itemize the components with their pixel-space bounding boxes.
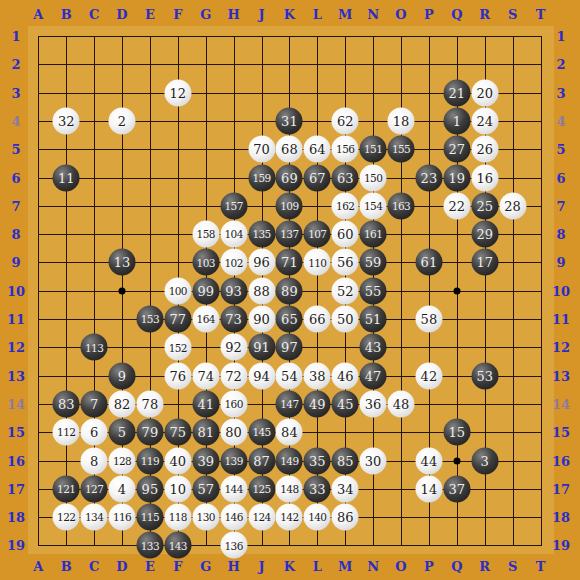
row-label-right-4: 4 xyxy=(556,113,565,128)
stone-black-81-G15: 81 xyxy=(192,419,219,446)
move-number: 60 xyxy=(337,228,354,241)
col-label-top-H: H xyxy=(227,7,239,22)
row-label-left-16: 16 xyxy=(7,453,25,468)
stone-black-55-N10: 55 xyxy=(360,277,387,304)
stone-white-90-J11: 90 xyxy=(248,306,275,333)
stone-white-44-P16: 44 xyxy=(415,447,442,474)
stone-white-124-J18: 124 xyxy=(248,504,275,531)
go-kifu-diagram: AABBCCDDEEFFGGHHJJKKLLMMNNOOPPQQRRSSTT11… xyxy=(0,0,580,580)
move-number: 10 xyxy=(170,482,187,495)
grid-line-vertical xyxy=(513,36,514,546)
stone-black-1-Q4: 1 xyxy=(443,107,470,134)
row-label-right-3: 3 xyxy=(556,85,565,100)
move-number: 162 xyxy=(336,201,354,212)
stone-black-149-K16: 149 xyxy=(276,447,303,474)
move-number: 142 xyxy=(280,512,298,523)
stone-white-128-D16: 128 xyxy=(109,447,136,474)
stone-white-96-J9: 96 xyxy=(248,249,275,276)
stone-black-159-J6: 159 xyxy=(248,164,275,191)
stone-white-2-D4: 2 xyxy=(109,107,136,134)
stone-white-24-R4: 24 xyxy=(471,107,498,134)
stone-black-89-K10: 89 xyxy=(276,277,303,304)
stone-white-142-K18: 142 xyxy=(276,504,303,531)
stone-white-92-H12: 92 xyxy=(220,334,247,361)
col-label-top-P: P xyxy=(424,7,434,22)
row-label-left-18: 18 xyxy=(7,510,25,525)
move-number: 1 xyxy=(453,114,461,127)
col-label-bottom-D: D xyxy=(116,559,127,574)
stone-black-39-G16: 39 xyxy=(192,447,219,474)
stone-white-46-M13: 46 xyxy=(332,362,359,389)
move-number: 160 xyxy=(224,399,242,410)
move-number: 68 xyxy=(281,143,298,156)
move-number: 86 xyxy=(337,511,354,524)
row-label-left-7: 7 xyxy=(11,198,20,213)
col-label-top-A: A xyxy=(33,7,43,22)
move-number: 28 xyxy=(504,199,521,212)
move-number: 79 xyxy=(142,426,159,439)
move-number: 163 xyxy=(392,201,410,212)
stone-white-10-F17: 10 xyxy=(164,475,191,502)
move-number: 130 xyxy=(197,512,215,523)
move-number: 37 xyxy=(449,482,466,495)
move-number: 22 xyxy=(449,199,466,212)
move-number: 113 xyxy=(85,342,103,353)
stone-white-32-B4: 32 xyxy=(53,107,80,134)
move-number: 24 xyxy=(476,114,493,127)
col-label-bottom-H: H xyxy=(227,559,239,574)
stone-black-133-E19: 133 xyxy=(136,532,163,559)
stone-white-28-S7: 28 xyxy=(499,192,526,219)
stone-white-158-G8: 158 xyxy=(192,221,219,248)
stone-white-16-R6: 16 xyxy=(471,164,498,191)
stone-black-61-P9: 61 xyxy=(415,249,442,276)
move-number: 147 xyxy=(280,399,298,410)
stone-white-68-K5: 68 xyxy=(276,136,303,163)
move-number: 59 xyxy=(365,256,382,269)
stone-black-99-G10: 99 xyxy=(192,277,219,304)
star-point-Q10 xyxy=(453,287,460,294)
move-number: 152 xyxy=(169,342,187,353)
move-number: 30 xyxy=(365,454,382,467)
move-number: 18 xyxy=(393,114,410,127)
stone-black-95-E17: 95 xyxy=(136,475,163,502)
stone-white-160-H14: 160 xyxy=(220,390,247,417)
move-number: 19 xyxy=(449,171,466,184)
move-number: 17 xyxy=(476,256,493,269)
stone-white-50-M11: 50 xyxy=(332,306,359,333)
stone-black-97-K12: 97 xyxy=(276,334,303,361)
row-label-right-18: 18 xyxy=(552,510,570,525)
stone-white-48-O14: 48 xyxy=(388,390,415,417)
col-label-top-G: G xyxy=(200,7,211,22)
star-point-D10 xyxy=(119,287,126,294)
stone-white-20-R3: 20 xyxy=(471,79,498,106)
move-number: 151 xyxy=(364,144,382,155)
move-number: 16 xyxy=(476,171,493,184)
move-number: 76 xyxy=(170,369,187,382)
move-number: 3 xyxy=(481,454,489,467)
move-number: 82 xyxy=(114,397,131,410)
stone-black-163-O7: 163 xyxy=(388,192,415,219)
stone-white-146-H18: 146 xyxy=(220,504,247,531)
move-number: 55 xyxy=(365,284,382,297)
stone-white-100-F10: 100 xyxy=(164,277,191,304)
row-label-right-16: 16 xyxy=(552,453,570,468)
stone-black-45-M14: 45 xyxy=(332,390,359,417)
move-number: 121 xyxy=(57,484,75,495)
stone-white-122-B18: 122 xyxy=(53,504,80,531)
move-number: 7 xyxy=(90,397,98,410)
col-label-top-E: E xyxy=(145,7,155,22)
stone-white-8-C16: 8 xyxy=(81,447,108,474)
move-number: 100 xyxy=(169,285,187,296)
move-number: 103 xyxy=(197,257,215,268)
star-point-Q16 xyxy=(453,457,460,464)
move-number: 102 xyxy=(224,257,242,268)
row-label-left-14: 14 xyxy=(7,396,25,411)
stone-white-38-L13: 38 xyxy=(304,362,331,389)
stone-black-35-L16: 35 xyxy=(304,447,331,474)
stone-white-22-Q7: 22 xyxy=(443,192,470,219)
stone-white-82-D14: 82 xyxy=(109,390,136,417)
move-number: 57 xyxy=(197,482,214,495)
move-number: 64 xyxy=(309,143,326,156)
stone-black-113-C12: 113 xyxy=(81,334,108,361)
stone-white-60-M8: 60 xyxy=(332,221,359,248)
col-label-top-F: F xyxy=(173,7,182,22)
stone-black-51-N11: 51 xyxy=(360,306,387,333)
move-number: 107 xyxy=(308,229,326,240)
stone-black-9-D13: 9 xyxy=(109,362,136,389)
move-number: 6 xyxy=(90,426,98,439)
move-number: 139 xyxy=(224,455,242,466)
move-number: 62 xyxy=(337,114,354,127)
move-number: 58 xyxy=(421,313,438,326)
stone-white-150-N6: 150 xyxy=(360,164,387,191)
col-label-bottom-J: J xyxy=(258,559,264,574)
stone-black-145-J15: 145 xyxy=(248,419,275,446)
row-label-left-4: 4 xyxy=(11,113,20,128)
grid-line-vertical xyxy=(541,36,542,546)
move-number: 9 xyxy=(118,369,126,382)
stone-white-36-N14: 36 xyxy=(360,390,387,417)
stone-black-27-Q5: 27 xyxy=(443,136,470,163)
col-label-bottom-S: S xyxy=(508,559,517,574)
row-label-right-19: 19 xyxy=(552,538,570,553)
row-label-left-15: 15 xyxy=(7,425,25,440)
stone-white-162-M7: 162 xyxy=(332,192,359,219)
stone-black-75-F15: 75 xyxy=(164,419,191,446)
col-label-bottom-A: A xyxy=(33,559,43,574)
move-number: 46 xyxy=(337,369,354,382)
move-number: 42 xyxy=(421,369,438,382)
stone-black-13-D9: 13 xyxy=(109,249,136,276)
stone-white-70-J5: 70 xyxy=(248,136,275,163)
stone-white-72-H13: 72 xyxy=(220,362,247,389)
move-number: 32 xyxy=(58,114,75,127)
stone-white-64-L5: 64 xyxy=(304,136,331,163)
stone-black-147-K14: 147 xyxy=(276,390,303,417)
move-number: 54 xyxy=(281,369,298,382)
stone-black-71-K9: 71 xyxy=(276,249,303,276)
move-number: 73 xyxy=(225,313,242,326)
move-number: 128 xyxy=(113,455,131,466)
col-label-top-S: S xyxy=(508,7,517,22)
col-label-top-D: D xyxy=(116,7,127,22)
stone-white-130-G18: 130 xyxy=(192,504,219,531)
move-number: 14 xyxy=(421,482,438,495)
stone-black-157-H7: 157 xyxy=(220,192,247,219)
stone-white-134-C18: 134 xyxy=(81,504,108,531)
stone-white-18-O4: 18 xyxy=(388,107,415,134)
move-number: 77 xyxy=(170,313,187,326)
stone-black-25-R7: 25 xyxy=(471,192,498,219)
move-number: 66 xyxy=(309,313,326,326)
move-number: 153 xyxy=(141,314,159,325)
stone-white-140-L18: 140 xyxy=(304,504,331,531)
move-number: 110 xyxy=(308,257,326,268)
move-number: 104 xyxy=(224,229,242,240)
stone-black-125-J17: 125 xyxy=(248,475,275,502)
move-number: 11 xyxy=(58,171,75,184)
col-label-top-B: B xyxy=(61,7,72,22)
row-label-left-6: 6 xyxy=(11,170,20,185)
move-number: 78 xyxy=(142,397,159,410)
move-number: 26 xyxy=(476,143,493,156)
move-number: 94 xyxy=(253,369,270,382)
move-number: 92 xyxy=(225,341,242,354)
move-number: 80 xyxy=(225,426,242,439)
move-number: 148 xyxy=(280,484,298,495)
stone-black-153-E11: 153 xyxy=(136,306,163,333)
move-number: 44 xyxy=(421,454,438,467)
move-number: 20 xyxy=(476,86,493,99)
col-label-top-K: K xyxy=(284,7,295,22)
stone-black-161-N8: 161 xyxy=(360,221,387,248)
move-number: 75 xyxy=(170,426,187,439)
stone-black-41-G14: 41 xyxy=(192,390,219,417)
stone-black-11-B6: 11 xyxy=(53,164,80,191)
move-number: 156 xyxy=(336,144,354,155)
move-number: 146 xyxy=(224,512,242,523)
move-number: 158 xyxy=(197,229,215,240)
move-number: 96 xyxy=(253,256,270,269)
col-label-bottom-K: K xyxy=(284,559,295,574)
stone-black-37-Q17: 37 xyxy=(443,475,470,502)
col-label-bottom-T: T xyxy=(536,559,546,574)
stone-white-78-E14: 78 xyxy=(136,390,163,417)
move-number: 115 xyxy=(141,512,159,523)
stone-white-148-K17: 148 xyxy=(276,475,303,502)
stone-white-152-F12: 152 xyxy=(164,334,191,361)
move-number: 133 xyxy=(141,540,159,551)
stone-white-26-R5: 26 xyxy=(471,136,498,163)
move-number: 33 xyxy=(309,482,326,495)
move-number: 51 xyxy=(365,313,382,326)
move-number: 118 xyxy=(169,512,187,523)
stone-black-7-C14: 7 xyxy=(81,390,108,417)
move-number: 31 xyxy=(281,114,298,127)
stone-white-4-D17: 4 xyxy=(109,475,136,502)
move-number: 87 xyxy=(253,454,270,467)
move-number: 29 xyxy=(476,228,493,241)
col-label-bottom-L: L xyxy=(313,559,322,574)
stone-black-127-C17: 127 xyxy=(81,475,108,502)
move-number: 90 xyxy=(253,313,270,326)
stone-white-80-H15: 80 xyxy=(220,419,247,446)
move-number: 40 xyxy=(170,454,187,467)
move-number: 4 xyxy=(118,482,126,495)
move-number: 49 xyxy=(309,397,326,410)
row-label-right-13: 13 xyxy=(552,368,570,383)
stone-white-94-J13: 94 xyxy=(248,362,275,389)
stone-black-59-N9: 59 xyxy=(360,249,387,276)
move-number: 93 xyxy=(225,284,242,297)
stone-black-91-J12: 91 xyxy=(248,334,275,361)
stone-black-137-K8: 137 xyxy=(276,221,303,248)
col-label-top-T: T xyxy=(536,7,546,22)
move-number: 21 xyxy=(449,86,466,99)
stone-white-112-B15: 112 xyxy=(53,419,80,446)
stone-black-29-R8: 29 xyxy=(471,221,498,248)
move-number: 65 xyxy=(281,313,298,326)
move-number: 136 xyxy=(224,540,242,551)
move-number: 134 xyxy=(85,512,103,523)
stone-black-3-R16: 3 xyxy=(471,447,498,474)
stone-black-53-R13: 53 xyxy=(471,362,498,389)
row-label-left-8: 8 xyxy=(11,227,20,242)
col-label-bottom-G: G xyxy=(200,559,211,574)
col-label-top-R: R xyxy=(479,7,490,22)
move-number: 38 xyxy=(309,369,326,382)
stone-white-12-F3: 12 xyxy=(164,79,191,106)
col-label-bottom-M: M xyxy=(338,559,352,574)
stone-white-58-P11: 58 xyxy=(415,306,442,333)
move-number: 67 xyxy=(309,171,326,184)
move-number: 48 xyxy=(393,397,410,410)
move-number: 99 xyxy=(197,284,214,297)
row-label-right-8: 8 xyxy=(556,227,565,242)
stone-black-57-G17: 57 xyxy=(192,475,219,502)
col-label-bottom-C: C xyxy=(89,559,99,574)
col-label-top-C: C xyxy=(89,7,99,22)
row-label-left-13: 13 xyxy=(7,368,25,383)
stone-black-31-K4: 31 xyxy=(276,107,303,134)
stone-black-107-L8: 107 xyxy=(304,221,331,248)
move-number: 145 xyxy=(252,427,270,438)
move-number: 95 xyxy=(142,482,159,495)
stone-white-102-H9: 102 xyxy=(220,249,247,276)
stone-black-135-J8: 135 xyxy=(248,221,275,248)
stone-white-110-L9: 110 xyxy=(304,249,331,276)
row-label-right-5: 5 xyxy=(556,142,565,157)
move-number: 161 xyxy=(364,229,382,240)
move-number: 135 xyxy=(252,229,270,240)
grid-line-horizontal xyxy=(38,545,541,546)
stone-white-104-H8: 104 xyxy=(220,221,247,248)
row-label-left-5: 5 xyxy=(11,142,20,157)
move-number: 69 xyxy=(281,171,298,184)
stone-white-40-F16: 40 xyxy=(164,447,191,474)
move-number: 125 xyxy=(252,484,270,495)
move-number: 144 xyxy=(224,484,242,495)
move-number: 39 xyxy=(197,454,214,467)
move-number: 88 xyxy=(253,284,270,297)
move-number: 91 xyxy=(253,341,270,354)
move-number: 71 xyxy=(281,256,298,269)
move-number: 43 xyxy=(365,341,382,354)
col-label-bottom-Q: Q xyxy=(451,559,462,574)
stone-black-121-B17: 121 xyxy=(53,475,80,502)
stone-black-85-M16: 85 xyxy=(332,447,359,474)
stone-black-93-H10: 93 xyxy=(220,277,247,304)
stone-white-34-M17: 34 xyxy=(332,475,359,502)
row-label-right-1: 1 xyxy=(556,29,565,44)
stone-white-6-C15: 6 xyxy=(81,419,108,446)
row-label-left-2: 2 xyxy=(11,57,20,72)
stone-black-87-J16: 87 xyxy=(248,447,275,474)
row-label-left-19: 19 xyxy=(7,538,25,553)
col-label-top-N: N xyxy=(367,7,379,22)
move-number: 155 xyxy=(392,144,410,155)
stone-black-67-L6: 67 xyxy=(304,164,331,191)
move-number: 119 xyxy=(141,455,159,466)
move-number: 137 xyxy=(280,229,298,240)
stone-white-144-H17: 144 xyxy=(220,475,247,502)
move-number: 159 xyxy=(252,172,270,183)
stone-white-62-M4: 62 xyxy=(332,107,359,134)
stone-white-84-K15: 84 xyxy=(276,419,303,446)
stone-black-17-R9: 17 xyxy=(471,249,498,276)
row-label-left-9: 9 xyxy=(11,255,20,270)
move-number: 124 xyxy=(252,512,270,523)
row-label-left-12: 12 xyxy=(7,340,25,355)
move-number: 127 xyxy=(85,484,103,495)
move-number: 85 xyxy=(337,454,354,467)
stone-white-42-P13: 42 xyxy=(415,362,442,389)
move-number: 8 xyxy=(90,454,98,467)
move-number: 81 xyxy=(197,426,214,439)
move-number: 12 xyxy=(170,86,187,99)
move-number: 50 xyxy=(337,313,354,326)
stone-white-156-M5: 156 xyxy=(332,136,359,163)
move-number: 157 xyxy=(224,201,242,212)
stone-black-33-L17: 33 xyxy=(304,475,331,502)
move-number: 36 xyxy=(365,397,382,410)
stone-white-30-N16: 30 xyxy=(360,447,387,474)
stone-white-116-D18: 116 xyxy=(109,504,136,531)
move-number: 63 xyxy=(337,171,354,184)
stone-black-65-K11: 65 xyxy=(276,306,303,333)
move-number: 35 xyxy=(309,454,326,467)
row-label-right-6: 6 xyxy=(556,170,565,185)
stone-white-54-K13: 54 xyxy=(276,362,303,389)
stone-black-21-Q3: 21 xyxy=(443,79,470,106)
stone-white-52-M10: 52 xyxy=(332,277,359,304)
stone-white-74-G13: 74 xyxy=(192,362,219,389)
move-number: 84 xyxy=(281,426,298,439)
stone-black-69-K6: 69 xyxy=(276,164,303,191)
move-number: 112 xyxy=(57,427,75,438)
stone-black-73-H11: 73 xyxy=(220,306,247,333)
stone-white-76-F13: 76 xyxy=(164,362,191,389)
row-label-left-10: 10 xyxy=(7,283,25,298)
move-number: 23 xyxy=(421,171,438,184)
row-label-left-17: 17 xyxy=(7,481,25,496)
col-label-bottom-O: O xyxy=(395,559,406,574)
move-number: 5 xyxy=(118,426,126,439)
